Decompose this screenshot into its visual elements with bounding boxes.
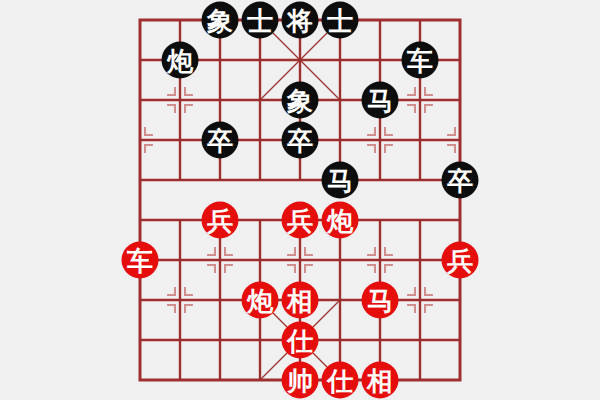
piece-red-elephant[interactable]: 相 xyxy=(362,362,399,399)
piece-red-advisor[interactable]: 仕 xyxy=(282,322,319,359)
piece-red-pawn[interactable]: 兵 xyxy=(202,202,239,239)
piece-red-cannon[interactable]: 炮 xyxy=(322,202,359,239)
piece-black-pawn[interactable]: 卒 xyxy=(442,162,479,199)
app-background: 象士将士炮车象马卒卒马卒兵兵炮车兵炮相马仕帅仕相 xyxy=(0,0,600,400)
xiangqi-board[interactable]: 象士将士炮车象马卒卒马卒兵兵炮车兵炮相马仕帅仕相 xyxy=(0,0,600,400)
piece-black-general[interactable]: 将 xyxy=(282,2,319,39)
piece-black-horse[interactable]: 马 xyxy=(322,162,359,199)
piece-red-pawn[interactable]: 兵 xyxy=(442,242,479,279)
piece-black-elephant[interactable]: 象 xyxy=(202,2,239,39)
piece-black-pawn[interactable]: 卒 xyxy=(282,122,319,159)
piece-black-chariot[interactable]: 车 xyxy=(402,42,439,79)
piece-black-horse[interactable]: 马 xyxy=(362,82,399,119)
piece-red-advisor[interactable]: 仕 xyxy=(322,362,359,399)
piece-black-advisor[interactable]: 士 xyxy=(322,2,359,39)
piece-black-cannon[interactable]: 炮 xyxy=(162,42,199,79)
piece-black-advisor[interactable]: 士 xyxy=(242,2,279,39)
piece-red-elephant[interactable]: 相 xyxy=(282,282,319,319)
piece-red-cannon[interactable]: 炮 xyxy=(242,282,279,319)
piece-red-pawn[interactable]: 兵 xyxy=(282,202,319,239)
piece-black-pawn[interactable]: 卒 xyxy=(202,122,239,159)
piece-red-chariot[interactable]: 车 xyxy=(122,242,159,279)
piece-black-elephant[interactable]: 象 xyxy=(282,82,319,119)
piece-red-horse[interactable]: 马 xyxy=(362,282,399,319)
piece-red-general[interactable]: 帅 xyxy=(282,362,319,399)
pieces-layer: 象士将士炮车象马卒卒马卒兵兵炮车兵炮相马仕帅仕相 xyxy=(0,0,600,400)
